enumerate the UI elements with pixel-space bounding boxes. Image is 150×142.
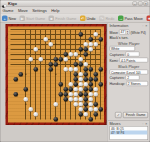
stone-black [84, 72, 89, 77]
stone-black [74, 72, 79, 77]
moves-dock-close-icon[interactable]: × [145, 121, 149, 125]
stone-black [84, 52, 89, 57]
hint-icon: ★ [146, 15, 150, 21]
stone-white [29, 107, 34, 112]
stone-white [89, 97, 94, 102]
black-player-name-field[interactable]: Computer (Level 10) [110, 70, 149, 75]
stone-black [94, 112, 99, 117]
stone-white [89, 92, 94, 97]
document-new-icon: + [2, 15, 8, 21]
stone-white [84, 42, 89, 47]
toolbar-label: Redo [105, 16, 114, 21]
stone-black [64, 97, 69, 102]
stone-black [89, 117, 94, 122]
stone-black [64, 92, 69, 97]
stone-black [74, 62, 79, 67]
stone-black [54, 117, 59, 122]
app-window: Kigo – ▫ × GameMoveSettingsHelp +New▶Sta… [0, 0, 150, 142]
stone-white [49, 42, 54, 47]
white-player-name-field[interactable]: White [110, 46, 136, 51]
move-detail: (White P4) [130, 30, 145, 34]
stone-black [54, 57, 59, 62]
stone-white [89, 47, 94, 52]
stone-black [84, 97, 89, 102]
stone-white [89, 107, 94, 112]
stone-black [94, 77, 99, 82]
stone-black [89, 67, 94, 72]
toolbar-label: New [9, 16, 17, 21]
handicap-label: Handicap: [110, 82, 126, 86]
stone-white [79, 72, 84, 77]
stone-white [94, 92, 99, 97]
white-captures-field: 0 [126, 52, 140, 57]
black-captures-label: Captures: [110, 76, 125, 80]
stone-black [74, 82, 79, 87]
stone-black [14, 92, 19, 97]
hoshi-point [55, 74, 57, 76]
stone-black [84, 87, 89, 92]
stone-black [79, 47, 84, 52]
finish-game-button[interactable]: Finish Game [123, 112, 148, 118]
toolbar-button-start-game: ▶Start Game [20, 15, 46, 21]
stone-white [89, 102, 94, 107]
stone-black [79, 32, 84, 37]
stone-white [69, 52, 74, 57]
stone-black [99, 107, 104, 112]
stone-white [39, 57, 44, 62]
stone-black [59, 92, 64, 97]
toolbar-label: Finish Game [55, 16, 76, 21]
stone-black [79, 112, 84, 117]
black-player-header: Black Player [110, 65, 149, 70]
stone-black [84, 47, 89, 52]
stone-black [89, 77, 94, 82]
toolbar-label: Pass Move [124, 16, 143, 21]
toolbar-button-hint[interactable]: ★Hint [146, 15, 150, 21]
stone-white [74, 52, 79, 57]
stone-black [84, 77, 89, 82]
menu-move[interactable]: Move [18, 8, 28, 13]
stone-white [54, 102, 59, 107]
stone-white [74, 67, 79, 72]
stone-black [59, 82, 64, 87]
stone-white [79, 57, 84, 62]
turn-status-text: Black's turn. [110, 36, 149, 40]
toolbar-button-pass-move[interactable]: →Pass Move [118, 15, 143, 21]
dock-close-icon[interactable]: × [145, 24, 149, 28]
go-board-frame [6, 24, 107, 125]
stone-black [89, 87, 94, 92]
stone-black [49, 67, 54, 72]
game-finish-icon: ■ [49, 15, 55, 21]
stone-white [79, 77, 84, 82]
board-pane [1, 23, 108, 142]
moves-list[interactable]: 46: B Q547: W P4 [110, 126, 149, 140]
stone-black [89, 37, 94, 42]
moves-dock-title: Moves [110, 121, 142, 126]
hoshi-point [55, 44, 57, 46]
handicap-field: 2 Stones [126, 81, 148, 86]
moves-dock: Moves ▫ × 46: B Q547: W P4 [108, 120, 150, 142]
stone-white [69, 97, 74, 102]
stone-white [69, 67, 74, 72]
go-board-grid [11, 29, 102, 120]
stone-black [24, 87, 29, 92]
move-list-item[interactable]: 47: W P4 [110, 131, 148, 135]
information-panel: Move 47 ▲▼ (White P4) Black's turn. Whit… [108, 29, 150, 121]
go-board[interactable] [8, 27, 104, 123]
toolbar-label: Start Game [26, 16, 45, 21]
stone-white [84, 112, 89, 117]
stone-white [79, 102, 84, 107]
stone-white [34, 112, 39, 117]
minimize-button[interactable]: – [133, 2, 138, 6]
stone-white [94, 42, 99, 47]
stone-white [84, 82, 89, 87]
pass-move-icon: → [118, 15, 124, 21]
stone-black [99, 67, 104, 72]
stone-black [69, 87, 74, 92]
komi-label: Komi: [110, 58, 119, 62]
toolbar-button-redo: ↷Redo [99, 15, 114, 21]
stone-white [94, 32, 99, 37]
undo-icon: ↶ [80, 15, 86, 21]
stone-black [74, 77, 79, 82]
stone-white [74, 87, 79, 92]
stone-black [14, 77, 19, 82]
information-dock-title: Information [110, 24, 142, 29]
stone-black [64, 52, 69, 57]
stone-black [49, 62, 54, 67]
black-captures-field: 2 [126, 75, 140, 80]
stone-black [94, 102, 99, 107]
stone-white [34, 47, 39, 52]
stone-white [24, 97, 29, 102]
stone-white [69, 82, 74, 87]
stone-black [34, 67, 39, 72]
stone-white [79, 87, 84, 92]
stone-white [64, 57, 69, 62]
stone-white [89, 42, 94, 47]
toolbar-button-undo[interactable]: ↶Undo [80, 15, 95, 21]
stone-white [94, 107, 99, 112]
stone-white [94, 87, 99, 92]
stone-white [74, 97, 79, 102]
stone-white [64, 67, 69, 72]
white-player-header: White Player [110, 41, 149, 46]
stone-black [79, 92, 84, 97]
move-spinbox[interactable]: 47 ▲▼ [119, 30, 129, 35]
toolbar-button-new[interactable]: +New [2, 15, 16, 21]
close-button[interactable]: × [144, 2, 149, 6]
stone-white [74, 102, 79, 107]
toolbar-button-finish-game: ■Finish Game [49, 15, 77, 21]
stone-white [79, 107, 84, 112]
stone-white [84, 62, 89, 67]
stone-white [79, 97, 84, 102]
stone-white [44, 37, 49, 42]
hoshi-point [25, 44, 27, 46]
menu-game[interactable]: Game [3, 8, 14, 13]
menu-help[interactable]: Help [51, 8, 59, 13]
maximize-button[interactable]: ▫ [138, 2, 143, 6]
stone-black [54, 62, 59, 67]
hoshi-point [25, 104, 27, 106]
stone-black [99, 37, 104, 42]
stone-white [74, 92, 79, 97]
spinbox-arrows-icon[interactable]: ▲▼ [125, 30, 129, 34]
confirm-icon-button[interactable]: ✓ [115, 112, 122, 118]
stone-black [99, 82, 104, 87]
window-title: Kigo [8, 1, 132, 6]
game-start-icon: ▶ [20, 15, 26, 21]
stone-black [84, 107, 89, 112]
move-label: Move [110, 30, 119, 34]
stone-white [69, 92, 74, 97]
hoshi-point [25, 74, 27, 76]
stone-black [59, 57, 64, 62]
app-icon [2, 1, 7, 6]
stone-black [84, 67, 89, 72]
stone-black [19, 72, 24, 77]
toolbar: +New▶Start Game■Finish Game↶Undo↷Redo→Pa… [1, 14, 150, 24]
white-captures-label: Captures: [110, 52, 125, 56]
stone-white [79, 82, 84, 87]
toolbar-label: Undo [86, 16, 95, 21]
stone-black [84, 102, 89, 107]
stone-black [89, 82, 94, 87]
stone-black [64, 87, 69, 92]
stone-white [29, 57, 34, 62]
stone-black [94, 72, 99, 77]
stone-black [79, 62, 84, 67]
redo-icon: ↷ [99, 15, 105, 21]
komi-field: 4.5 Points [119, 58, 148, 63]
stone-black [84, 92, 89, 97]
menu-settings[interactable]: Settings [32, 8, 46, 13]
